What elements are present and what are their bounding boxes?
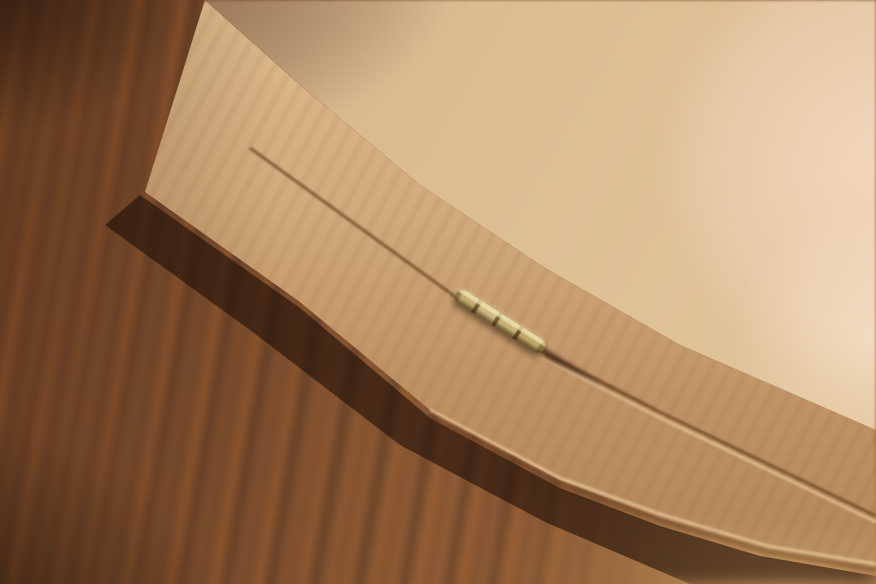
photo-of-chessboard-box xyxy=(0,0,876,584)
